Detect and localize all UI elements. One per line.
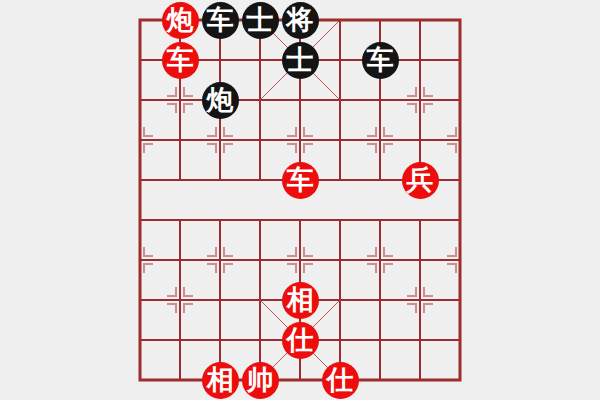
piece-black-chariot[interactable]: 车 xyxy=(362,42,399,79)
piece-red-elephant[interactable]: 相 xyxy=(202,362,239,399)
xiangqi-board-screenshot: 炮车士将车士车炮车兵相仕相帅仕 xyxy=(0,0,600,400)
piece-red-pawn[interactable]: 兵 xyxy=(402,162,439,199)
piece-red-general[interactable]: 帅 xyxy=(242,362,279,399)
piece-black-chariot[interactable]: 车 xyxy=(202,2,239,39)
piece-black-cannon[interactable]: 炮 xyxy=(202,82,239,119)
piece-red-chariot[interactable]: 车 xyxy=(162,42,199,79)
piece-red-chariot[interactable]: 车 xyxy=(282,162,319,199)
board-grid[interactable]: 炮车士将车士车炮车兵相仕相帅仕 xyxy=(120,0,480,400)
piece-red-cannon[interactable]: 炮 xyxy=(162,2,199,39)
piece-red-advisor[interactable]: 仕 xyxy=(282,322,319,359)
piece-black-advisor[interactable]: 士 xyxy=(242,2,279,39)
piece-black-general[interactable]: 将 xyxy=(282,2,319,39)
piece-black-advisor[interactable]: 士 xyxy=(282,42,319,79)
piece-red-elephant[interactable]: 相 xyxy=(282,282,319,319)
piece-red-advisor[interactable]: 仕 xyxy=(322,362,359,399)
